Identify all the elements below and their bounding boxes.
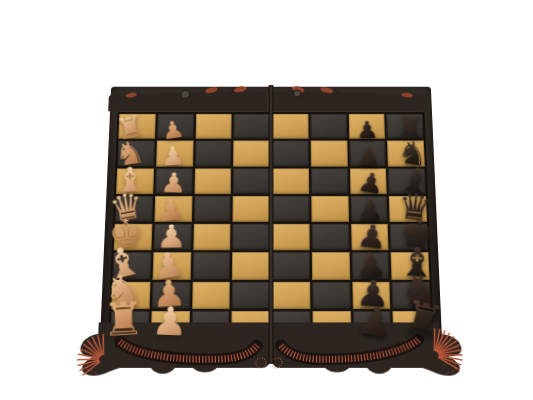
board-square[interactable]: ♟ [157, 114, 194, 139]
board-square[interactable] [234, 114, 271, 139]
board-square[interactable] [312, 252, 350, 279]
board-square[interactable] [272, 196, 309, 222]
board-square[interactable] [193, 196, 231, 222]
board-square[interactable]: ♜ [110, 311, 149, 339]
piece-black-pawn[interactable]: ♟ [355, 118, 379, 142]
board-square[interactable] [233, 168, 270, 194]
board-square[interactable] [312, 281, 351, 309]
board-square[interactable] [195, 141, 232, 167]
board-square[interactable] [311, 196, 349, 222]
board-square[interactable] [232, 281, 270, 309]
board-square[interactable] [272, 252, 310, 279]
piece-black-pawn[interactable]: ♟ [354, 300, 396, 345]
board-square[interactable]: ♟ [349, 168, 387, 194]
hinge-knob-left [181, 91, 190, 99]
board-square[interactable] [195, 114, 232, 139]
fold-seam [268, 85, 273, 364]
board-square[interactable] [272, 114, 309, 139]
board-square[interactable] [194, 168, 231, 194]
board-square[interactable]: ♟ [348, 114, 385, 139]
board-square[interactable] [232, 224, 270, 251]
chess-board: ♜♟♟♜♞♟♟♞♝♟♟♝♛♟♟♛♚♟♟♚♝♟♟♝♞♟♟♞♜♟♟♜ [99, 87, 443, 362]
board-square[interactable]: ♟ [150, 311, 189, 339]
board-square[interactable] [233, 196, 270, 222]
board-square[interactable] [192, 252, 230, 279]
board-square[interactable] [233, 141, 270, 167]
photo-scene: ♜♟♟♜♞♟♟♞♝♟♟♝♛♟♟♛♚♟♟♚♝♟♟♝♞♟♟♞♜♟♟♜ [0, 0, 533, 400]
board-square[interactable] [272, 141, 309, 167]
board-square[interactable] [310, 114, 347, 139]
board-square[interactable] [272, 224, 310, 251]
board-square[interactable]: ♟ [156, 141, 193, 167]
board-square[interactable] [192, 281, 231, 309]
board-square[interactable]: ♟ [155, 168, 193, 194]
board-square[interactable]: ♟ [349, 141, 386, 167]
board-square[interactable] [272, 168, 309, 194]
board-square[interactable] [272, 281, 310, 309]
board-square[interactable]: ♟ [352, 311, 391, 339]
piece-white-pawn[interactable]: ♟ [151, 302, 190, 342]
piece-white-pawn[interactable]: ♟ [160, 117, 186, 143]
piece-white-rook[interactable]: ♜ [102, 295, 145, 343]
board-square[interactable] [232, 252, 270, 279]
board-square[interactable] [311, 168, 348, 194]
board-square[interactable] [311, 224, 349, 251]
hinge-knob-right [293, 90, 300, 97]
board-square[interactable] [310, 141, 347, 167]
playing-field: ♜♟♟♜♞♟♟♞♝♟♟♝♛♟♟♛♚♟♟♚♝♟♟♝♞♟♟♞♜♟♟♜ [108, 112, 434, 341]
board-square[interactable] [193, 224, 231, 251]
